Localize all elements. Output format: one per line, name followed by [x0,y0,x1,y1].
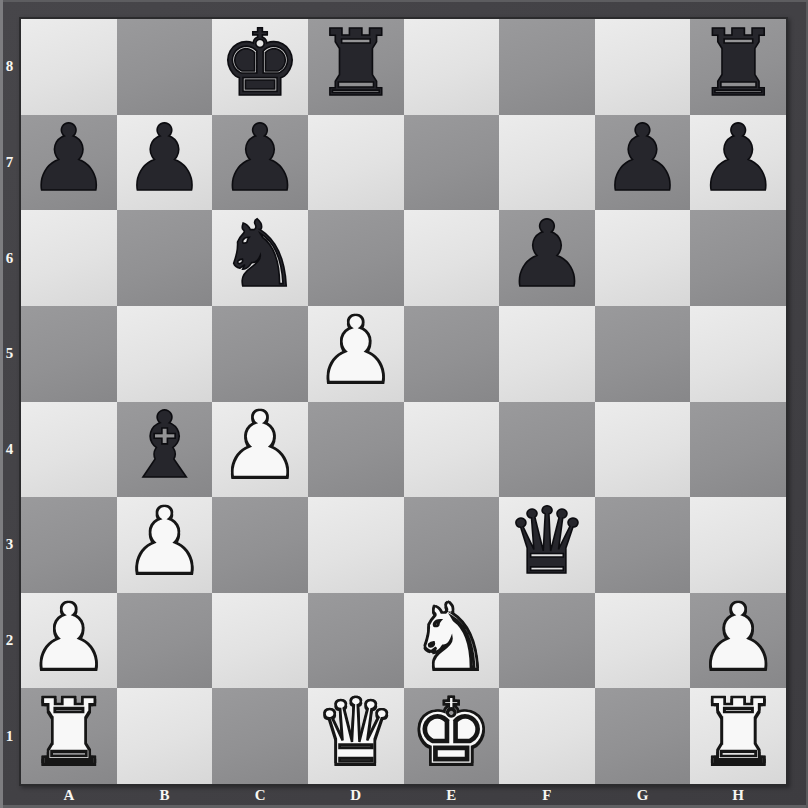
square-c8[interactable]: ♚ [212,19,308,115]
square-a8[interactable] [21,19,117,115]
square-b7[interactable]: ♟ [117,115,213,211]
rank-labels: 87654321 [0,19,19,784]
square-f8[interactable] [499,19,595,115]
square-g6[interactable] [595,210,691,306]
square-b2[interactable] [117,593,213,689]
board-grid: ♚♜♜♟♟♟♟♟♞♟♟♝♟♟♛♟♞♟♜♛♚♜ [19,17,788,786]
black-pawn[interactable]: ♟ [697,115,779,206]
square-c1[interactable] [212,688,308,784]
square-b1[interactable] [117,688,213,784]
square-e1[interactable]: ♚ [404,688,500,784]
square-d4[interactable] [308,402,404,498]
square-b8[interactable] [117,19,213,115]
white-pawn[interactable]: ♟ [697,593,779,684]
square-f2[interactable] [499,593,595,689]
rank-label-8: 8 [0,19,19,115]
square-h2[interactable]: ♟ [690,593,786,689]
square-d8[interactable]: ♜ [308,19,404,115]
file-labels: ABCDEFGH [21,786,786,805]
white-knight[interactable]: ♞ [410,593,492,684]
black-king[interactable]: ♚ [219,19,301,110]
file-label-b: B [117,786,213,805]
square-f3[interactable]: ♛ [499,497,595,593]
square-h4[interactable] [690,402,786,498]
square-h6[interactable] [690,210,786,306]
board-frame: 87654321 ♚♜♜♟♟♟♟♟♞♟♟♝♟♟♛♟♞♟♜♛♚♜ ABCDEFGH [0,0,808,808]
square-e4[interactable] [404,402,500,498]
square-f7[interactable] [499,115,595,211]
square-a2[interactable]: ♟ [21,593,117,689]
rank-label-3: 3 [0,497,19,593]
square-h7[interactable]: ♟ [690,115,786,211]
square-f6[interactable]: ♟ [499,210,595,306]
white-rook[interactable]: ♜ [28,688,110,779]
square-g1[interactable] [595,688,691,784]
square-b4[interactable]: ♝ [117,402,213,498]
square-c7[interactable]: ♟ [212,115,308,211]
black-rook[interactable]: ♜ [314,19,396,110]
square-b3[interactable]: ♟ [117,497,213,593]
black-knight[interactable]: ♞ [219,210,301,301]
square-a7[interactable]: ♟ [21,115,117,211]
square-e6[interactable] [404,210,500,306]
square-c5[interactable] [212,306,308,402]
square-c6[interactable]: ♞ [212,210,308,306]
square-d2[interactable] [308,593,404,689]
square-g4[interactable] [595,402,691,498]
square-g3[interactable] [595,497,691,593]
white-king[interactable]: ♚ [410,688,492,779]
square-f5[interactable] [499,306,595,402]
square-a3[interactable] [21,497,117,593]
file-label-a: A [21,786,117,805]
file-label-f: F [499,786,595,805]
square-c2[interactable] [212,593,308,689]
square-a6[interactable] [21,210,117,306]
file-label-g: G [595,786,691,805]
rank-label-6: 6 [0,210,19,306]
square-f1[interactable] [499,688,595,784]
square-a5[interactable] [21,306,117,402]
square-g7[interactable]: ♟ [595,115,691,211]
square-g8[interactable] [595,19,691,115]
black-pawn[interactable]: ♟ [28,115,110,206]
white-pawn[interactable]: ♟ [28,593,110,684]
rank-label-2: 2 [0,593,19,689]
square-b6[interactable] [117,210,213,306]
black-bishop[interactable]: ♝ [123,402,205,493]
rank-label-7: 7 [0,115,19,211]
white-pawn[interactable]: ♟ [123,497,205,588]
rank-label-4: 4 [0,402,19,498]
square-a4[interactable] [21,402,117,498]
black-pawn[interactable]: ♟ [601,115,683,206]
black-queen[interactable]: ♛ [506,497,588,588]
square-e8[interactable] [404,19,500,115]
white-pawn[interactable]: ♟ [219,402,301,493]
white-pawn[interactable]: ♟ [314,306,396,397]
square-f4[interactable] [499,402,595,498]
square-a1[interactable]: ♜ [21,688,117,784]
black-pawn[interactable]: ♟ [506,210,588,301]
square-d3[interactable] [308,497,404,593]
square-d7[interactable] [308,115,404,211]
file-label-d: D [308,786,404,805]
square-h5[interactable] [690,306,786,402]
square-g5[interactable] [595,306,691,402]
square-c4[interactable]: ♟ [212,402,308,498]
white-rook[interactable]: ♜ [697,688,779,779]
square-d5[interactable]: ♟ [308,306,404,402]
square-d1[interactable]: ♛ [308,688,404,784]
square-g2[interactable] [595,593,691,689]
rank-label-5: 5 [0,306,19,402]
file-label-e: E [404,786,500,805]
black-rook[interactable]: ♜ [697,19,779,110]
square-e5[interactable] [404,306,500,402]
file-label-h: H [690,786,786,805]
square-e3[interactable] [404,497,500,593]
square-h3[interactable] [690,497,786,593]
square-h8[interactable]: ♜ [690,19,786,115]
black-pawn[interactable]: ♟ [219,115,301,206]
white-queen[interactable]: ♛ [314,688,396,779]
file-label-c: C [212,786,308,805]
square-c3[interactable] [212,497,308,593]
square-d6[interactable] [308,210,404,306]
square-e7[interactable] [404,115,500,211]
square-e2[interactable]: ♞ [404,593,500,689]
black-pawn[interactable]: ♟ [123,115,205,206]
square-h1[interactable]: ♜ [690,688,786,784]
square-b5[interactable] [117,306,213,402]
rank-label-1: 1 [0,688,19,784]
